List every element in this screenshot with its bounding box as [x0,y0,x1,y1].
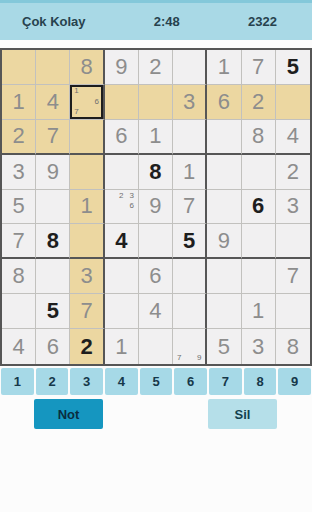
cell-r1c5[interactable]: 2 [139,50,173,85]
cell-r2c9[interactable] [276,85,310,120]
note-digit [116,201,126,212]
given-digit: 3 [287,195,299,217]
cell-r7c9[interactable]: 7 [276,259,310,294]
cell-r1c4[interactable]: 9 [105,50,139,85]
cell-r7c4[interactable] [105,259,139,294]
cell-r7c2[interactable] [36,259,70,294]
cell-r4c3[interactable] [70,155,104,190]
numpad-key-3[interactable]: 3 [70,368,103,395]
cell-r5c6[interactable]: 7 [173,190,207,225]
cell-r2c4[interactable] [105,85,139,120]
cell-r1c9[interactable]: 5 [276,50,310,85]
cell-r6c3[interactable] [70,224,104,259]
note-digit [184,330,194,341]
cell-r9c7[interactable]: 5 [207,329,241,364]
numpad-key-9[interactable]: 9 [278,368,311,395]
given-digit: 8 [12,265,24,287]
score: 2322 [248,14,277,29]
cell-r5c4[interactable]: 236 [105,190,139,225]
numpad-key-7[interactable]: 7 [209,368,242,395]
given-digit: 1 [12,91,24,113]
given-digit: 2 [12,125,24,147]
cell-r6c8[interactable] [242,224,276,259]
cell-r2c6[interactable]: 3 [173,85,207,120]
timer: 2:48 [154,14,180,29]
note-digit: 2 [116,191,126,202]
note-digit [174,341,184,352]
given-digit: 1 [218,56,230,78]
number-pad: 123456789 [0,368,312,395]
given-digit: 7 [80,300,92,322]
given-digit: 8 [252,125,264,147]
given-digit: 2 [252,91,264,113]
given-digit: 3 [252,336,264,358]
cell-r7c6[interactable] [173,259,207,294]
cell-r8c1[interactable] [2,294,36,329]
note-digit: 3 [126,191,136,202]
note-digit [106,212,116,223]
cell-r1c6[interactable] [173,50,207,85]
user-digit: 5 [183,230,195,252]
user-digit: 6 [252,195,264,217]
cell-r3c7[interactable] [207,120,241,155]
note-digit [126,212,136,223]
given-digit: 9 [218,230,230,252]
note-digit: 7 [174,352,184,363]
cell-r6c9[interactable] [276,224,310,259]
cell-r1c7[interactable]: 1 [207,50,241,85]
cell-r1c3[interactable]: 8 [70,50,104,85]
given-digit: 3 [80,265,92,287]
erase-button[interactable]: Sil [208,399,277,429]
given-digit: 1 [149,125,161,147]
note-digit [194,341,204,352]
cell-notes: 236 [106,191,137,223]
note-digit [184,341,194,352]
cell-r3c4[interactable]: 6 [105,120,139,155]
numpad-key-2[interactable]: 2 [36,368,69,395]
given-digit: 1 [252,300,264,322]
given-digit: 7 [252,56,264,78]
cell-r8c8[interactable]: 1 [242,294,276,329]
cell-r4c7[interactable] [207,155,241,190]
cell-r2c1[interactable]: 1 [2,85,36,120]
given-digit: 8 [80,56,92,78]
cell-r4c4[interactable] [105,155,139,190]
user-digit: 4 [115,230,127,252]
difficulty-label: Çok Kolay [22,14,86,29]
cell-r5c5[interactable]: 9 [139,190,173,225]
user-digit: 5 [47,300,59,322]
cell-r7c7[interactable] [207,259,241,294]
note-digit: 7 [71,107,81,118]
cell-r5c7[interactable] [207,190,241,225]
given-digit: 9 [47,161,59,183]
given-digit: 7 [287,265,299,287]
given-digit: 5 [12,195,24,217]
given-digit: 4 [47,91,59,113]
cell-r4c8[interactable] [242,155,276,190]
cell-r9c3[interactable]: 2 [70,329,104,364]
cell-r7c5[interactable]: 6 [139,259,173,294]
cell-r4c1[interactable]: 3 [2,155,36,190]
cell-r5c2[interactable] [36,190,70,225]
cell-r3c8[interactable]: 8 [242,120,276,155]
cell-r1c1[interactable] [2,50,36,85]
cell-r3c6[interactable] [173,120,207,155]
user-digit: 5 [287,56,299,78]
note-digit [106,201,116,212]
note-digit: 1 [71,86,81,97]
cell-r9c1[interactable]: 4 [2,329,36,364]
cell-r8c4[interactable] [105,294,139,329]
given-digit: 8 [287,336,299,358]
cell-r3c9[interactable]: 4 [276,120,310,155]
given-digit: 3 [183,91,195,113]
given-digit: 4 [149,300,161,322]
given-digit: 1 [80,195,92,217]
given-digit: 9 [149,195,161,217]
numpad-key-5[interactable]: 5 [140,368,173,395]
cell-r2c5[interactable] [139,85,173,120]
cell-r5c9[interactable]: 3 [276,190,310,225]
given-digit: 4 [12,336,24,358]
cell-r8c3[interactable]: 7 [70,294,104,329]
note-digit [174,330,184,341]
note-digit [184,352,194,363]
game-header: Çok Kolay 2:48 2322 [0,3,312,40]
given-digit: 6 [149,265,161,287]
given-digit: 1 [183,161,195,183]
user-digit: 2 [80,336,92,358]
given-digit: 9 [115,56,127,78]
cell-r5c3[interactable]: 1 [70,190,104,225]
given-digit: 7 [12,230,24,252]
cell-r6c6[interactable]: 5 [173,224,207,259]
given-digit: 1 [115,336,127,358]
given-digit: 6 [115,125,127,147]
user-digit: 8 [47,230,59,252]
cell-r6c4[interactable]: 4 [105,224,139,259]
given-digit: 4 [287,125,299,147]
cell-r2c2[interactable]: 4 [36,85,70,120]
note-digit [106,191,116,202]
cell-notes: 167 [71,86,101,118]
note-digit [71,97,81,108]
cell-r2c3[interactable]: 167 [70,85,104,120]
numpad-key-1[interactable]: 1 [1,368,34,395]
cell-r7c8[interactable] [242,259,276,294]
given-digit: 2 [287,161,299,183]
note-digit: 9 [194,352,204,363]
numpad-key-8[interactable]: 8 [244,368,277,395]
given-digit: 7 [47,125,59,147]
cell-r3c2[interactable]: 7 [36,120,70,155]
cell-r5c1[interactable]: 5 [2,190,36,225]
cell-r3c5[interactable]: 1 [139,120,173,155]
note-digit [92,86,102,97]
cell-r6c1[interactable]: 7 [2,224,36,259]
cell-r3c3[interactable] [70,120,104,155]
cell-notes: 79 [174,330,204,363]
given-digit: 5 [218,336,230,358]
cell-r2c8[interactable]: 2 [242,85,276,120]
cell-r9c5[interactable] [139,329,173,364]
cell-r8c5[interactable]: 4 [139,294,173,329]
cell-r4c6[interactable]: 1 [173,155,207,190]
note-digit [194,330,204,341]
cell-r7c1[interactable]: 8 [2,259,36,294]
cell-r4c2[interactable]: 9 [36,155,70,190]
given-digit: 7 [183,195,195,217]
note-digit [116,212,126,223]
numpad-key-4[interactable]: 4 [105,368,138,395]
cell-r8c6[interactable] [173,294,207,329]
cell-r8c9[interactable] [276,294,310,329]
cell-r6c7[interactable]: 9 [207,224,241,259]
given-digit: 2 [149,56,161,78]
cell-r2c7[interactable]: 6 [207,85,241,120]
note-button[interactable]: Not [34,399,103,429]
cell-r9c2[interactable]: 6 [36,329,70,364]
action-bar: Not Sil [0,399,312,429]
note-digit [82,86,92,97]
note-digit: 6 [92,97,102,108]
note-digit [82,97,92,108]
user-digit: 8 [149,161,161,183]
note-digit: 6 [126,201,136,212]
cell-r7c3[interactable]: 3 [70,259,104,294]
given-digit: 6 [47,336,59,358]
cell-r6c2[interactable]: 8 [36,224,70,259]
cell-r4c9[interactable]: 2 [276,155,310,190]
cell-r3c1[interactable]: 2 [2,120,36,155]
sudoku-app: Çok Kolay 2:48 2322 89217514167362276184… [0,0,312,512]
cell-r9c8[interactable]: 3 [242,329,276,364]
numpad-key-6[interactable]: 6 [174,368,207,395]
cell-r1c2[interactable] [36,50,70,85]
cell-r8c7[interactable] [207,294,241,329]
cell-r5c8[interactable]: 6 [242,190,276,225]
cell-r9c4[interactable]: 1 [105,329,139,364]
cell-r8c2[interactable]: 5 [36,294,70,329]
cell-r1c8[interactable]: 7 [242,50,276,85]
given-digit: 6 [218,91,230,113]
cell-r4c5[interactable]: 8 [139,155,173,190]
sudoku-board: 8921751416736227618439812512369763784598… [0,48,312,366]
note-digit [82,107,92,118]
note-digit [92,107,102,118]
cell-r9c9[interactable]: 8 [276,329,310,364]
cell-r9c6[interactable]: 79 [173,329,207,364]
cell-r6c5[interactable] [139,224,173,259]
given-digit: 3 [12,161,24,183]
